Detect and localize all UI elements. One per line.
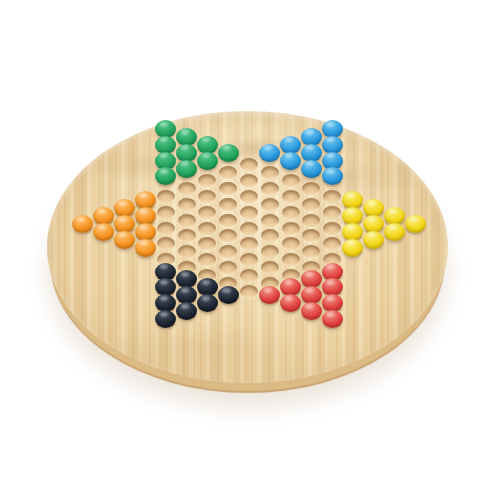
hole[interactable]: [261, 261, 279, 274]
hole[interactable]: [282, 206, 300, 219]
hole[interactable]: [178, 245, 196, 258]
hole[interactable]: [261, 182, 279, 195]
hole[interactable]: [240, 253, 258, 266]
hole[interactable]: [323, 190, 341, 203]
hole[interactable]: [282, 222, 300, 235]
marble-black[interactable]: [197, 294, 218, 312]
marble-blue[interactable]: [280, 152, 301, 170]
hole[interactable]: [323, 222, 341, 235]
hole[interactable]: [157, 206, 175, 219]
marble-orange[interactable]: [93, 223, 114, 241]
hole[interactable]: [198, 190, 216, 203]
marble-green[interactable]: [176, 160, 197, 178]
hole[interactable]: [282, 253, 300, 266]
hole[interactable]: [302, 198, 320, 211]
hole[interactable]: [178, 198, 196, 211]
hole[interactable]: [240, 206, 258, 219]
marble-orange[interactable]: [135, 239, 156, 257]
hole[interactable]: [302, 229, 320, 242]
marble-yellow[interactable]: [405, 215, 426, 233]
marble-green[interactable]: [197, 152, 218, 170]
hole[interactable]: [219, 229, 237, 242]
hole[interactable]: [282, 174, 300, 187]
marble-yellow[interactable]: [342, 239, 363, 257]
hole[interactable]: [198, 237, 216, 250]
hole[interactable]: [178, 214, 196, 227]
hole[interactable]: [261, 198, 279, 211]
marble-red[interactable]: [301, 302, 322, 320]
marble-black[interactable]: [218, 286, 239, 304]
hole[interactable]: [178, 182, 196, 195]
hole[interactable]: [219, 245, 237, 258]
marble-red[interactable]: [322, 310, 343, 328]
photo-background: [0, 0, 500, 500]
hole[interactable]: [240, 158, 258, 171]
marble-green[interactable]: [218, 144, 239, 162]
hole[interactable]: [261, 229, 279, 242]
hole[interactable]: [157, 222, 175, 235]
hole[interactable]: [282, 190, 300, 203]
hole[interactable]: [302, 245, 320, 258]
hole[interactable]: [302, 214, 320, 227]
marble-orange[interactable]: [114, 231, 135, 249]
hole[interactable]: [240, 190, 258, 203]
hole[interactable]: [240, 285, 258, 298]
hole[interactable]: [198, 174, 216, 187]
hole[interactable]: [240, 237, 258, 250]
hole[interactable]: [219, 182, 237, 195]
hole[interactable]: [240, 222, 258, 235]
hole[interactable]: [240, 174, 258, 187]
hole[interactable]: [157, 190, 175, 203]
hole[interactable]: [157, 237, 175, 250]
hole[interactable]: [219, 166, 237, 179]
hole[interactable]: [198, 253, 216, 266]
hole[interactable]: [261, 214, 279, 227]
hole[interactable]: [261, 245, 279, 258]
hole[interactable]: [282, 237, 300, 250]
hole[interactable]: [302, 182, 320, 195]
hole[interactable]: [219, 198, 237, 211]
marble-yellow[interactable]: [363, 231, 384, 249]
hole[interactable]: [198, 206, 216, 219]
hole[interactable]: [219, 214, 237, 227]
hole[interactable]: [323, 237, 341, 250]
hole[interactable]: [198, 222, 216, 235]
hole[interactable]: [240, 269, 258, 282]
marble-yellow[interactable]: [384, 223, 405, 241]
marble-blue[interactable]: [259, 144, 280, 162]
marble-blue[interactable]: [301, 160, 322, 178]
hole[interactable]: [178, 229, 196, 242]
hole[interactable]: [261, 166, 279, 179]
hole[interactable]: [219, 261, 237, 274]
chinese-checkers-board: [47, 111, 448, 383]
hole[interactable]: [323, 206, 341, 219]
